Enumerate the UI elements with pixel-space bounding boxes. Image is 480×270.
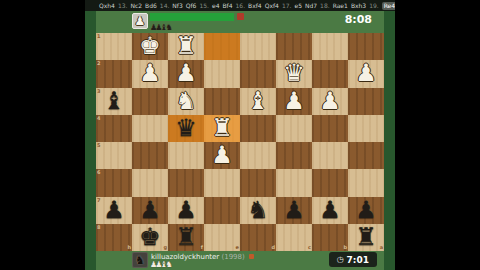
square-a2[interactable]: ♟ [348, 60, 384, 87]
file-label: g [163, 245, 167, 250]
move-san[interactable]: Qxf4 [265, 0, 279, 11]
square-b7[interactable]: ♟ [312, 197, 348, 224]
square-c2[interactable]: ♛ [276, 60, 312, 87]
current-move-chip[interactable]: Re4 [382, 2, 395, 10]
square-d5[interactable] [240, 142, 276, 169]
move-san[interactable]: e5 [294, 0, 302, 11]
player-flag-icon [249, 254, 254, 259]
square-b8[interactable]: b [312, 224, 348, 251]
move-number[interactable]: 14. [160, 0, 170, 11]
square-f2[interactable]: ♟ [168, 60, 204, 87]
square-d8[interactable]: d [240, 224, 276, 251]
black-queen: ♛ [168, 115, 204, 142]
black-pawn: ♟ [168, 197, 204, 224]
black-knight: ♞ [240, 197, 276, 224]
captured-black-pieces: ♟♟♝♞ [150, 24, 171, 32]
square-b4[interactable] [312, 115, 348, 142]
file-label: d [271, 245, 275, 250]
black-rook: ♜ [348, 224, 384, 251]
captured-white-pieces: ♟♟♝♞ [150, 261, 171, 269]
move-san[interactable]: Qxh4 [99, 0, 115, 11]
white-bishop: ♝ [240, 88, 276, 115]
rank-label: 3 [97, 89, 100, 94]
move-san[interactable]: Nf3 [172, 0, 182, 11]
rank-label: 5 [97, 143, 100, 148]
rank-label: 7 [97, 198, 100, 203]
square-c1[interactable] [276, 33, 312, 60]
square-e1[interactable] [204, 33, 240, 60]
white-king: ♚ [132, 33, 168, 60]
square-d3[interactable]: ♝ [240, 88, 276, 115]
square-f3[interactable]: ♞ [168, 88, 204, 115]
square-a1[interactable] [348, 33, 384, 60]
square-h8[interactable]: 8h [96, 224, 132, 251]
square-h3[interactable]: 3♝ [96, 88, 132, 115]
move-number[interactable]: 19. [369, 0, 379, 11]
white-queen: ♛ [276, 60, 312, 87]
square-h4[interactable]: 4 [96, 115, 132, 142]
file-label: b [343, 245, 347, 250]
black-pawn: ♟ [312, 197, 348, 224]
square-g3[interactable] [132, 88, 168, 115]
square-f1[interactable]: ♜ [168, 33, 204, 60]
file-label: c [308, 245, 311, 250]
white-pawn: ♟ [312, 88, 348, 115]
move-san[interactable]: Bf4 [223, 0, 233, 11]
square-h1[interactable]: 1 [96, 33, 132, 60]
square-a6[interactable] [348, 169, 384, 196]
square-a4[interactable] [348, 115, 384, 142]
square-c7[interactable]: ♟ [276, 197, 312, 224]
square-f5[interactable] [168, 142, 204, 169]
square-e8[interactable]: e [204, 224, 240, 251]
square-d4[interactable] [240, 115, 276, 142]
highlight-overlay [204, 33, 240, 60]
white-pawn: ♟ [276, 88, 312, 115]
move-number[interactable]: 18. [320, 0, 330, 11]
square-b1[interactable] [312, 33, 348, 60]
move-number[interactable]: 15. [199, 0, 209, 11]
square-g6[interactable] [132, 169, 168, 196]
square-h6[interactable]: 6 [96, 169, 132, 196]
square-c3[interactable]: ♟ [276, 88, 312, 115]
square-f6[interactable] [168, 169, 204, 196]
clock-icon: ◷ [337, 252, 344, 267]
square-f8[interactable]: f♜ [168, 224, 204, 251]
square-a5[interactable] [348, 142, 384, 169]
square-f7[interactable]: ♟ [168, 197, 204, 224]
player-clock-time: 7:01 [347, 255, 369, 265]
move-san[interactable]: Rae1 [333, 0, 348, 11]
square-a3[interactable] [348, 88, 384, 115]
square-g7[interactable]: ♟ [132, 197, 168, 224]
square-g5[interactable] [132, 142, 168, 169]
square-e5[interactable]: ♟ [204, 142, 240, 169]
square-h5[interactable]: 5 [96, 142, 132, 169]
opponent-player-bar: ♟ ♟♟♝♞ 8:08 [85, 11, 395, 33]
player-rating: (1998) [221, 253, 244, 261]
square-c6[interactable] [276, 169, 312, 196]
square-e3[interactable] [204, 88, 240, 115]
square-a7[interactable]: ♟ [348, 197, 384, 224]
move-san[interactable]: Nd7 [305, 0, 317, 11]
video-frame: Qxh413.Nc2Bd614.Nf3Qf615.e4Bf416.Bxf4Qxf… [0, 0, 480, 270]
square-f4[interactable]: ♛ [168, 115, 204, 142]
black-pawn: ♟ [348, 197, 384, 224]
black-bishop: ♝ [96, 88, 132, 115]
square-d7[interactable]: ♞ [240, 197, 276, 224]
square-e2[interactable] [204, 60, 240, 87]
player-avatar[interactable]: ♞ [132, 252, 148, 268]
square-b5[interactable] [312, 142, 348, 169]
square-g8[interactable]: g♚ [132, 224, 168, 251]
white-rook: ♜ [204, 115, 240, 142]
move-san[interactable]: e4 [212, 0, 220, 11]
move-san[interactable]: Bd6 [145, 0, 157, 11]
square-e4[interactable]: ♜ [204, 115, 240, 142]
rank-label: 6 [97, 170, 100, 175]
rank-label: 8 [97, 225, 100, 230]
white-pawn: ♟ [348, 60, 384, 87]
square-b3[interactable]: ♟ [312, 88, 348, 115]
opponent-flag-icon [237, 13, 244, 20]
square-h7[interactable]: 7♟ [96, 197, 132, 224]
square-a8[interactable]: a♜ [348, 224, 384, 251]
black-pawn: ♟ [96, 197, 132, 224]
square-c4[interactable] [276, 115, 312, 142]
left-edge-strip [85, 0, 96, 270]
square-b2[interactable] [312, 60, 348, 87]
white-rook: ♜ [168, 33, 204, 60]
player-bar: ♞ killuazoldyckhunter (1998) ♟♟♝♞ ◷ 7:01 [85, 251, 395, 270]
square-e7[interactable] [204, 197, 240, 224]
square-c8[interactable]: c [276, 224, 312, 251]
square-h2[interactable]: 2 [96, 60, 132, 87]
move-san[interactable]: Bxf4 [248, 0, 262, 11]
black-rook: ♜ [168, 224, 204, 251]
file-label: h [127, 245, 131, 250]
square-d6[interactable] [240, 169, 276, 196]
square-d2[interactable] [240, 60, 276, 87]
white-pawn: ♟ [168, 60, 204, 87]
square-b6[interactable] [312, 169, 348, 196]
square-g4[interactable] [132, 115, 168, 142]
chess-board[interactable]: 1♚♜2♟♟♛♟3♝♞♝♟♟4♛♜5♟67♟♟♟♞♟♟♟8hg♚f♜edcba♜ [96, 33, 384, 251]
move-list-strip[interactable]: Qxh413.Nc2Bd614.Nf3Qf615.e4Bf416.Bxf4Qxf… [85, 0, 395, 11]
move-number[interactable]: 13. [118, 0, 128, 11]
rank-label: 1 [97, 34, 100, 39]
right-edge-strip [384, 0, 395, 270]
player-clock: ◷ 7:01 [329, 252, 377, 267]
rank-label: 4 [97, 116, 100, 121]
move-san[interactable]: Qf6 [186, 0, 197, 11]
move-san[interactable]: Bxh3 [351, 0, 366, 11]
black-pawn: ♟ [132, 197, 168, 224]
move-san[interactable]: Nc2 [130, 0, 142, 11]
square-e6[interactable] [204, 169, 240, 196]
file-label: f [201, 245, 203, 250]
rank-label: 2 [97, 61, 100, 66]
move-number[interactable]: 16. [236, 0, 246, 11]
opponent-avatar[interactable]: ♟ [132, 13, 148, 29]
white-pawn: ♟ [132, 60, 168, 87]
app-screen: Qxh413.Nc2Bd614.Nf3Qf615.e4Bf416.Bxf4Qxf… [85, 0, 395, 270]
square-g2[interactable]: ♟ [132, 60, 168, 87]
opponent-clock: 8:08 [345, 13, 372, 26]
black-pawn: ♟ [276, 197, 312, 224]
white-knight: ♞ [168, 88, 204, 115]
file-label: e [236, 245, 239, 250]
file-label: a [380, 245, 383, 250]
move-number[interactable]: 17. [282, 0, 292, 11]
opponent-name-censor-bar [150, 13, 234, 21]
square-d1[interactable] [240, 33, 276, 60]
square-g1[interactable]: ♚ [132, 33, 168, 60]
square-c5[interactable] [276, 142, 312, 169]
white-pawn: ♟ [204, 142, 240, 169]
